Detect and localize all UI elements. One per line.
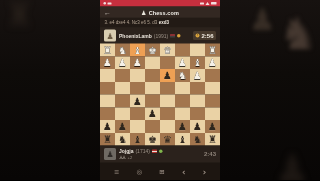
square-a3[interactable] [205,69,220,82]
square-b6[interactable] [190,107,205,120]
white-pawn: ♟ [193,70,202,80]
white-player-name[interactable]: PhoenixLamb [119,33,152,39]
material-score: +2 [128,155,133,160]
game-toolbar: ≡ ◎ ⊞ ‹ › [100,163,220,181]
black-player-online-icon [159,150,163,154]
black-knight: ♞ [118,134,127,144]
square-g8[interactable]: ♞ [115,133,130,146]
white-pawn: ♟ [178,58,187,68]
ghost-pawn-icon: ♟ [249,2,276,37]
white-player-badge-icon [177,34,181,38]
white-player-flag-icon [170,34,175,38]
square-g4[interactable] [115,82,130,95]
analysis-icon[interactable]: ⊞ [159,168,164,176]
menu-icon[interactable]: ≡ [114,168,119,176]
black-pawn: ♟ [118,121,127,131]
square-b7[interactable]: ♟ [190,120,205,133]
square-b3[interactable]: ♟ [190,69,205,82]
square-b1[interactable] [190,44,205,57]
black-queen: ♛ [163,134,172,144]
square-g6[interactable] [115,107,130,120]
logo-pawn-icon: ♟ [141,9,146,16]
square-g7[interactable]: ♟ [115,120,130,133]
white-player-rating: (1991) [154,33,168,39]
white-knight: ♞ [178,70,187,80]
square-e1[interactable]: ♚ [145,44,160,57]
square-b8[interactable]: ♞ [190,133,205,146]
square-h4[interactable] [100,82,115,95]
square-h8[interactable]: ♜ [100,133,115,146]
player-row: ♟ Jojgja (1714) ♙♙ +2 2:43 [100,146,220,163]
square-g3[interactable] [115,69,130,82]
app-header: ← ♟ Chess.com [100,7,220,18]
square-c4[interactable] [175,82,190,95]
white-bishop: ♝ [133,45,142,55]
captured-pawns-icons: ♙♙ [119,155,125,160]
square-d1[interactable]: ♛ [160,44,175,57]
chat-icon[interactable]: ◎ [136,168,142,176]
square-f3[interactable] [130,69,145,82]
square-d6[interactable] [160,107,175,120]
prev-move-icon[interactable]: ‹ [182,166,186,176]
logo-text: Chess.com [149,10,179,16]
square-a1[interactable]: ♜ [205,44,220,57]
square-f6[interactable] [130,107,145,120]
square-a4[interactable] [205,82,220,95]
square-f4[interactable] [130,82,145,95]
square-h7[interactable]: ♟ [100,120,115,133]
white-clock: 2:56 [193,31,216,40]
white-clock-time: 2:56 [201,32,213,39]
square-h5[interactable] [100,95,115,108]
status-text-icon [108,2,112,4]
square-f1[interactable]: ♝ [130,44,145,57]
black-pawn: ♟ [208,121,217,131]
white-queen: ♛ [163,45,172,55]
signal-icon [200,2,204,4]
square-g2[interactable]: ♟ [115,56,130,69]
black-clock: 2:43 [204,151,216,158]
black-pawn: ♟ [163,70,172,80]
phone-screen: ← ♟ Chess.com 3. e4 dxe4 4. Nc3 e6 5. d3… [100,0,220,180]
black-pawn: ♟ [103,121,112,131]
battery-icon [211,2,217,5]
square-d3[interactable]: ♟ [160,69,175,82]
black-rook: ♜ [208,134,217,144]
square-g1[interactable]: ♞ [115,44,130,57]
square-d2[interactable] [160,56,175,69]
square-g5[interactable] [115,95,130,108]
square-c2[interactable]: ♟ [175,56,190,69]
ghost-rook-icon: ♜ [4,0,34,34]
square-b4[interactable] [190,82,205,95]
white-player-avatar[interactable]: ♟ [104,30,116,42]
square-a7[interactable]: ♟ [205,120,220,133]
black-pawn: ♟ [178,121,187,131]
square-h2[interactable]: ♟ [100,56,115,69]
black-bishop: ♝ [178,134,187,144]
square-c8[interactable]: ♝ [175,133,190,146]
square-f8[interactable]: ♝ [130,133,145,146]
video-frame: ♜ ♟ ♞ ♟ ← ♟ Chess.c [0,0,320,180]
black-knight: ♞ [193,134,202,144]
square-e8[interactable]: ♚ [145,133,160,146]
black-pawn: ♟ [148,109,157,119]
square-h3[interactable] [100,69,115,82]
white-rook: ♜ [208,45,217,55]
chess-board: ♜♞♝♚♛♜♟♟♟♟♝♟♟♞♟♟♟♟♟♟♟♟♜♞♝♚♛♝♞♜ [100,44,220,146]
recording-icon [104,2,107,5]
white-pawn: ♟ [133,58,142,68]
square-f2[interactable]: ♟ [130,56,145,69]
square-e7[interactable] [145,120,160,133]
square-e2[interactable] [145,56,160,69]
square-h1[interactable]: ♜ [100,44,115,57]
black-king: ♚ [148,134,157,144]
square-c7[interactable]: ♟ [175,120,190,133]
move-list-text: 3. e4 dxe4 4. Nc3 e6 5. d3 [105,20,158,25]
square-c1[interactable] [175,44,190,57]
ghost-knight-icon: ♞ [279,8,318,59]
square-f5[interactable]: ♟ [130,95,145,108]
square-e4[interactable] [145,82,160,95]
ghost-pawn2-icon: ♟ [274,146,310,180]
white-pawn: ♟ [208,58,217,68]
square-d7[interactable] [160,120,175,133]
square-e3[interactable] [145,69,160,82]
white-knight: ♞ [118,45,127,55]
black-rook: ♜ [103,134,112,144]
opponent-row: ♟ PhoenixLamb (1991) 2:56 [100,28,220,44]
left-backdrop: ♜ [0,0,100,180]
square-h6[interactable] [100,107,115,120]
square-c6[interactable] [175,107,190,120]
square-a8[interactable]: ♜ [205,133,220,146]
black-pawn: ♟ [133,96,142,106]
white-king: ♚ [148,45,157,55]
square-f7[interactable] [130,120,145,133]
square-e6[interactable]: ♟ [145,107,160,120]
square-b2[interactable]: ♝ [190,56,205,69]
black-clock-time: 2:43 [204,151,216,158]
white-bishop: ♝ [193,58,202,68]
square-c5[interactable] [175,95,190,108]
black-bishop: ♝ [133,134,142,144]
white-pawn: ♟ [118,58,127,68]
black-player-flag-icon [152,150,157,154]
wifi-icon [206,2,210,5]
square-e5[interactable] [145,95,160,108]
chesscom-logo: ♟ Chess.com [100,8,220,17]
black-player-name[interactable]: Jojgja [119,149,133,155]
move-list[interactable]: 3. e4 dxe4 4. Nc3 e6 5. d3 exd3 [100,18,220,28]
square-d5[interactable] [160,95,175,108]
right-backdrop: ♟ ♞ ♟ [220,0,320,180]
clock-icon [195,34,199,38]
square-d4[interactable] [160,82,175,95]
back-button[interactable]: ← [104,9,111,16]
square-d8[interactable]: ♛ [160,133,175,146]
square-a2[interactable]: ♟ [205,56,220,69]
white-pawn: ♟ [103,58,112,68]
white-rook: ♜ [103,45,112,55]
black-player-avatar[interactable]: ♟ [104,148,116,160]
square-b5[interactable] [190,95,205,108]
square-c3[interactable]: ♞ [175,69,190,82]
black-player-rating: (1714) [135,149,149,155]
next-move-icon[interactable]: › [203,166,207,176]
black-pawn: ♟ [193,121,202,131]
square-a6[interactable] [205,107,220,120]
last-move-text: exd3 [159,20,169,25]
square-a5[interactable] [205,95,220,108]
